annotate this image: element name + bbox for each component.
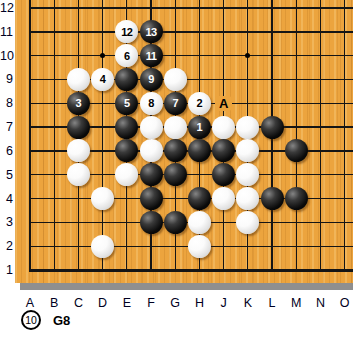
col-label-N: N (311, 296, 329, 310)
col-label-H: H (190, 296, 208, 310)
grid-line-row-10 (29, 55, 353, 56)
stone-white-G7 (164, 116, 187, 139)
row-label-6: 6 (0, 144, 13, 158)
grid-line-col-D (102, 0, 103, 271)
grid-line-col-O (344, 0, 345, 271)
stone-white-C9 (67, 68, 90, 91)
board-shadow (20, 283, 353, 290)
stone-black-L7 (261, 116, 284, 139)
col-label-C: C (69, 296, 87, 310)
row-label-9: 9 (0, 72, 13, 86)
stone-white-F7 (140, 116, 163, 139)
row-label-11: 11 (0, 25, 13, 39)
row-label-3: 3 (0, 215, 13, 229)
row-label-5: 5 (0, 168, 13, 182)
stone-white-H2 (188, 235, 211, 258)
stone-black-H4 (188, 187, 211, 210)
stone-black-G3 (164, 211, 187, 234)
col-label-B: B (45, 296, 63, 310)
row-label-2: 2 (0, 239, 13, 253)
grid-line-row-11 (29, 31, 353, 32)
caption-coordinate: G8 (53, 313, 70, 328)
col-label-J: J (215, 296, 233, 310)
grid-line-row-12 (29, 7, 353, 8)
stone-white-D9: 4 (91, 68, 114, 91)
stone-black-E7 (115, 116, 138, 139)
stone-black-F5 (140, 163, 163, 186)
row-label-4: 4 (0, 192, 13, 206)
stone-white-J4 (212, 187, 235, 210)
row-label-7: 7 (0, 120, 13, 134)
caption: 10 G8 (21, 310, 70, 330)
stone-white-H3 (188, 211, 211, 234)
stone-black-M4 (285, 187, 308, 210)
grid-line-col-M (296, 0, 297, 271)
stone-black-L4 (261, 187, 284, 210)
stone-black-C7 (67, 116, 90, 139)
grid-line-row-1 (29, 269, 353, 271)
grid-line-col-A (29, 0, 31, 271)
col-label-M: M (287, 296, 305, 310)
stone-black-F9: 9 (140, 68, 163, 91)
caption-move-number: 10 (25, 314, 37, 326)
stone-black-G6 (164, 139, 187, 162)
col-label-E: E (118, 296, 136, 310)
stone-black-F10: 11 (140, 44, 163, 67)
col-label-K: K (239, 296, 257, 310)
grid-line-col-N (320, 0, 321, 271)
col-label-L: L (263, 296, 281, 310)
col-label-F: F (142, 296, 160, 310)
stone-white-D4 (91, 187, 114, 210)
col-label-A: A (21, 296, 39, 310)
stone-black-G5 (164, 163, 187, 186)
stone-black-F4 (140, 187, 163, 210)
stone-white-C5 (67, 163, 90, 186)
white-move-circle-icon: 10 (21, 310, 41, 330)
go-diagram: 10 G8 121361149358721A121110987654321ABC… (0, 0, 353, 345)
stone-white-F6 (140, 139, 163, 162)
stone-white-G9 (164, 68, 187, 91)
col-label-G: G (166, 296, 184, 310)
stone-black-F3 (140, 211, 163, 234)
stone-black-G8: 7 (164, 92, 187, 115)
grid-line-col-B (54, 0, 55, 271)
stone-white-D2 (91, 235, 114, 258)
stone-white-F8: 8 (140, 92, 163, 115)
move-mark-A: A (215, 96, 232, 111)
stone-black-C8: 3 (67, 92, 90, 115)
row-label-10: 10 (0, 49, 13, 63)
stone-black-E8: 5 (115, 92, 138, 115)
stone-white-H8: 2 (188, 92, 211, 115)
stone-white-J7 (212, 116, 235, 139)
col-label-D: D (94, 296, 112, 310)
stone-white-K7 (236, 116, 259, 139)
row-label-12: 12 (0, 1, 13, 15)
row-label-8: 8 (0, 96, 13, 110)
col-label-O: O (336, 296, 353, 310)
stone-black-M6 (285, 139, 308, 162)
stone-black-F11: 13 (140, 20, 163, 43)
stone-black-H7: 1 (188, 116, 211, 139)
row-label-1: 1 (0, 263, 13, 277)
